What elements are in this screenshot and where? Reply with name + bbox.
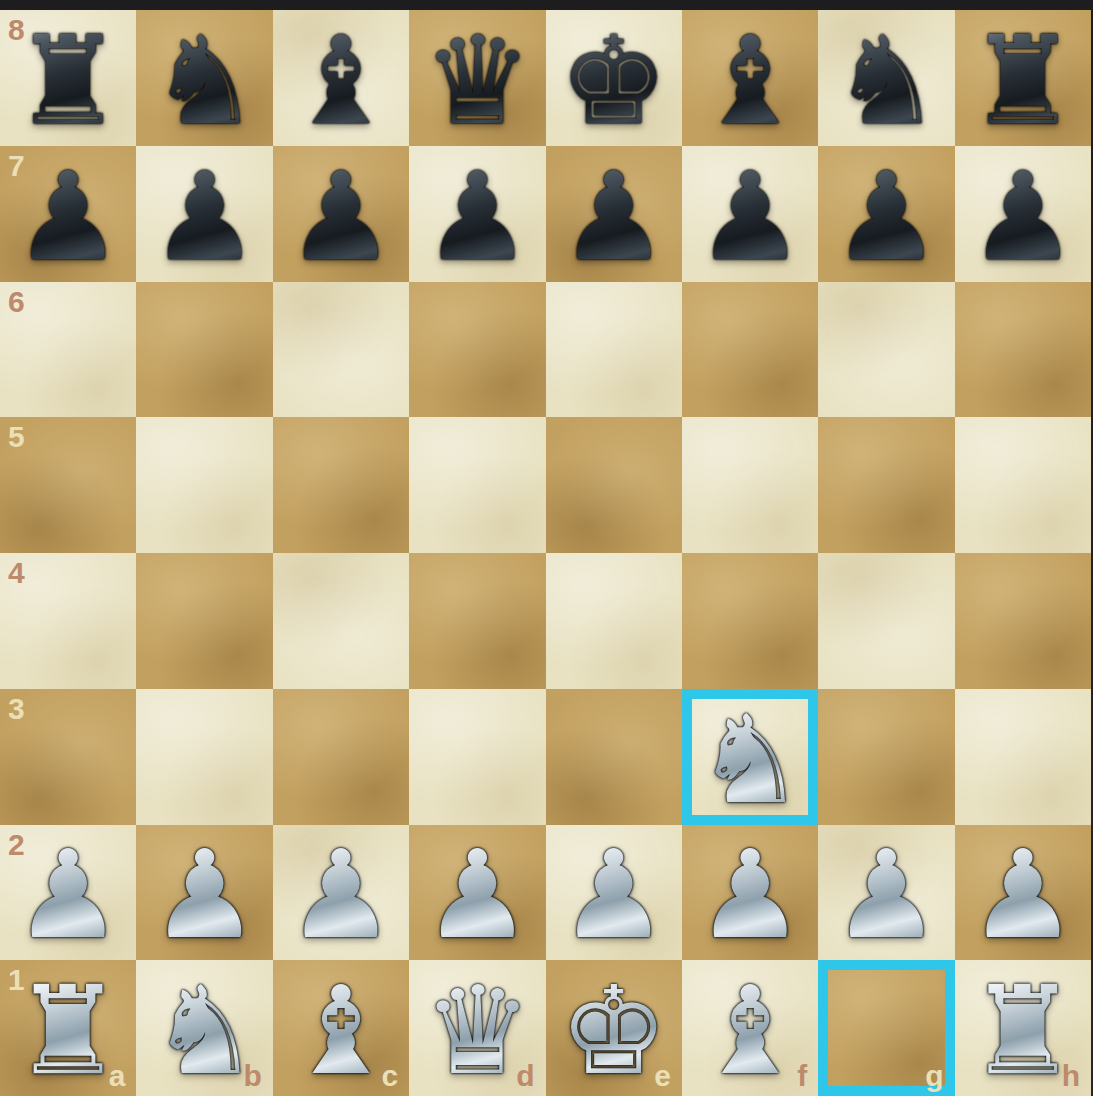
- rank-label-7: 7: [8, 149, 25, 183]
- square-c2[interactable]: ♟: [273, 825, 409, 961]
- file-label-b: b: [243, 1059, 261, 1093]
- white-queen-icon: ♛: [409, 963, 545, 1096]
- black-pawn-icon: ♟: [0, 149, 136, 282]
- black-bishop-icon: ♝: [273, 13, 409, 146]
- square-c4[interactable]: [273, 553, 409, 689]
- square-e1[interactable]: e♚: [546, 960, 682, 1096]
- square-b5[interactable]: [136, 417, 272, 553]
- white-pawn-icon: ♟: [818, 828, 954, 961]
- square-e7[interactable]: ♟: [546, 146, 682, 282]
- square-f5[interactable]: [682, 417, 818, 553]
- black-pawn-icon: ♟: [136, 149, 272, 282]
- black-bishop-icon: ♝: [682, 13, 818, 146]
- square-a4[interactable]: 4: [0, 553, 136, 689]
- square-c6[interactable]: [273, 282, 409, 418]
- square-e8[interactable]: ♚: [546, 10, 682, 146]
- white-pawn-icon: ♟: [546, 828, 682, 961]
- square-h4[interactable]: [955, 553, 1091, 689]
- square-f1[interactable]: f♝: [682, 960, 818, 1096]
- square-f8[interactable]: ♝: [682, 10, 818, 146]
- white-knight-icon: ♞: [682, 692, 818, 825]
- square-f7[interactable]: ♟: [682, 146, 818, 282]
- square-a7[interactable]: 7♟: [0, 146, 136, 282]
- white-pawn-icon: ♟: [136, 828, 272, 961]
- square-b7[interactable]: ♟: [136, 146, 272, 282]
- white-pawn-icon: ♟: [682, 828, 818, 961]
- chess-board: 8♜♞♝♛♚♝♞♜7♟♟♟♟♟♟♟♟6543♞2♟♟♟♟♟♟♟♟1a♜b♞c♝d…: [0, 10, 1091, 1096]
- rank-label-4: 4: [8, 556, 25, 590]
- square-c5[interactable]: [273, 417, 409, 553]
- file-label-e: e: [654, 1059, 671, 1093]
- white-bishop-icon: ♝: [273, 963, 409, 1096]
- square-d4[interactable]: [409, 553, 545, 689]
- white-pawn-icon: ♟: [955, 828, 1091, 961]
- square-d1[interactable]: d♛: [409, 960, 545, 1096]
- rank-label-3: 3: [8, 692, 25, 726]
- square-b3[interactable]: [136, 689, 272, 825]
- square-g8[interactable]: ♞: [818, 10, 954, 146]
- rank-label-5: 5: [8, 420, 25, 454]
- square-g1[interactable]: g: [818, 960, 954, 1096]
- file-label-c: c: [381, 1059, 398, 1093]
- square-d2[interactable]: ♟: [409, 825, 545, 961]
- square-e4[interactable]: [546, 553, 682, 689]
- white-rook-icon: ♜: [0, 963, 136, 1096]
- file-label-h: h: [1062, 1059, 1080, 1093]
- square-h7[interactable]: ♟: [955, 146, 1091, 282]
- black-pawn-icon: ♟: [955, 149, 1091, 282]
- square-b6[interactable]: [136, 282, 272, 418]
- black-pawn-icon: ♟: [409, 149, 545, 282]
- square-h6[interactable]: [955, 282, 1091, 418]
- app-frame: 8♜♞♝♛♚♝♞♜7♟♟♟♟♟♟♟♟6543♞2♟♟♟♟♟♟♟♟1a♜b♞c♝d…: [0, 0, 1093, 1096]
- black-pawn-icon: ♟: [546, 149, 682, 282]
- square-g2[interactable]: ♟: [818, 825, 954, 961]
- square-e5[interactable]: [546, 417, 682, 553]
- square-g6[interactable]: [818, 282, 954, 418]
- black-knight-icon: ♞: [136, 13, 272, 146]
- white-rook-icon: ♜: [955, 963, 1091, 1096]
- square-g3[interactable]: [818, 689, 954, 825]
- black-king-icon: ♚: [546, 13, 682, 146]
- square-d8[interactable]: ♛: [409, 10, 545, 146]
- black-pawn-icon: ♟: [682, 149, 818, 282]
- square-c7[interactable]: ♟: [273, 146, 409, 282]
- black-queen-icon: ♛: [409, 13, 545, 146]
- square-h1[interactable]: h♜: [955, 960, 1091, 1096]
- square-g5[interactable]: [818, 417, 954, 553]
- rank-label-8: 8: [8, 13, 25, 47]
- square-h3[interactable]: [955, 689, 1091, 825]
- file-label-a: a: [109, 1059, 126, 1093]
- white-knight-icon: ♞: [136, 963, 272, 1096]
- square-a8[interactable]: 8♜: [0, 10, 136, 146]
- square-g4[interactable]: [818, 553, 954, 689]
- rank-label-2: 2: [8, 828, 25, 862]
- square-b1[interactable]: b♞: [136, 960, 272, 1096]
- square-d5[interactable]: [409, 417, 545, 553]
- square-e3[interactable]: [546, 689, 682, 825]
- white-pawn-icon: ♟: [273, 828, 409, 961]
- black-rook-icon: ♜: [0, 13, 136, 146]
- square-h5[interactable]: [955, 417, 1091, 553]
- black-pawn-icon: ♟: [818, 149, 954, 282]
- square-g7[interactable]: ♟: [818, 146, 954, 282]
- square-e2[interactable]: ♟: [546, 825, 682, 961]
- square-f2[interactable]: ♟: [682, 825, 818, 961]
- file-label-d: d: [516, 1059, 534, 1093]
- square-a5[interactable]: 5: [0, 417, 136, 553]
- black-rook-icon: ♜: [955, 13, 1091, 146]
- square-d3[interactable]: [409, 689, 545, 825]
- square-b4[interactable]: [136, 553, 272, 689]
- square-c1[interactable]: c♝: [273, 960, 409, 1096]
- square-c3[interactable]: [273, 689, 409, 825]
- square-e6[interactable]: [546, 282, 682, 418]
- white-pawn-icon: ♟: [409, 828, 545, 961]
- square-a1[interactable]: 1a♜: [0, 960, 136, 1096]
- square-f4[interactable]: [682, 553, 818, 689]
- black-pawn-icon: ♟: [273, 149, 409, 282]
- square-f6[interactable]: [682, 282, 818, 418]
- square-c8[interactable]: ♝: [273, 10, 409, 146]
- white-pawn-icon: ♟: [0, 828, 136, 961]
- rank-label-1: 1: [8, 963, 25, 997]
- black-knight-icon: ♞: [818, 13, 954, 146]
- square-d7[interactable]: ♟: [409, 146, 545, 282]
- white-king-icon: ♚: [546, 963, 682, 1096]
- rank-label-6: 6: [8, 285, 25, 319]
- white-bishop-icon: ♝: [682, 963, 818, 1096]
- file-label-f: f: [797, 1059, 807, 1093]
- file-label-g: g: [925, 1059, 943, 1093]
- square-h2[interactable]: ♟: [955, 825, 1091, 961]
- square-f3[interactable]: ♞: [682, 689, 818, 825]
- square-a6[interactable]: 6: [0, 282, 136, 418]
- square-h8[interactable]: ♜: [955, 10, 1091, 146]
- square-a3[interactable]: 3: [0, 689, 136, 825]
- square-b2[interactable]: ♟: [136, 825, 272, 961]
- square-b8[interactable]: ♞: [136, 10, 272, 146]
- square-d6[interactable]: [409, 282, 545, 418]
- square-a2[interactable]: 2♟: [0, 825, 136, 961]
